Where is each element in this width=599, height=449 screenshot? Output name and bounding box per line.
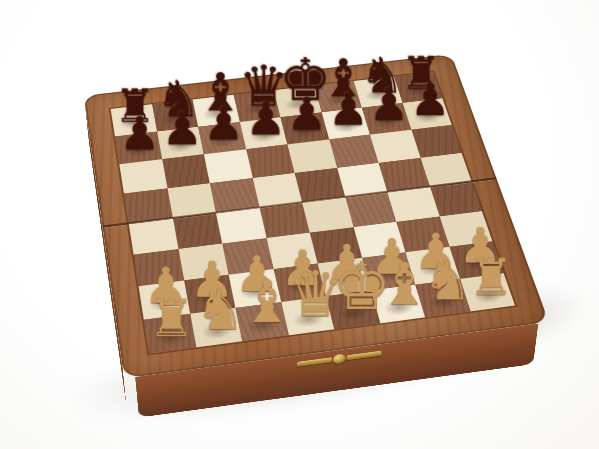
piece-white-bishop-c1[interactable]: ♝: [241, 273, 288, 332]
piece-black-pawn-f7[interactable]: ♟: [327, 86, 369, 131]
square-a6[interactable]: [119, 159, 167, 193]
piece-black-pawn-d7[interactable]: ♟: [244, 96, 286, 141]
square-a4[interactable]: [129, 218, 178, 254]
piece-white-queen-d1[interactable]: ♛: [287, 263, 333, 326]
square-c4[interactable]: [216, 207, 266, 243]
square-f4[interactable]: [345, 192, 397, 227]
square-e4[interactable]: [302, 197, 353, 232]
square-a1[interactable]: ♜: [144, 313, 196, 353]
piece-white-rook-a1[interactable]: ♜: [148, 292, 195, 344]
chess-board: ♜♞♝♛♚♝♞♜♟♟♟♟♟♟♟♟♟♟♟♟♟♟♟♟♜♞♝♛♚♝♞♜: [84, 54, 549, 378]
piece-white-rook-h1[interactable]: ♜: [468, 251, 514, 302]
board-squares: ♜♞♝♛♚♝♞♜♟♟♟♟♟♟♟♟♟♟♟♟♟♟♟♟♜♞♝♛♚♝♞♜: [111, 72, 515, 354]
piece-black-pawn-g7[interactable]: ♟: [368, 82, 410, 127]
square-b1[interactable]: ♞: [190, 308, 243, 348]
piece-white-knight-b1[interactable]: ♞: [195, 282, 242, 338]
piece-black-pawn-c7[interactable]: ♟: [203, 101, 245, 147]
clasp-knob: [333, 353, 346, 364]
product-photo-scene: ♜♞♝♛♚♝♞♜♟♟♟♟♟♟♟♟♟♟♟♟♟♟♟♟♜♞♝♛♚♝♞♜: [0, 0, 599, 449]
piece-black-pawn-b7[interactable]: ♟: [161, 106, 203, 152]
piece-black-pawn-h7[interactable]: ♟: [409, 77, 451, 122]
piece-black-pawn-a7[interactable]: ♟: [118, 110, 160, 156]
board-top-face: ♜♞♝♛♚♝♞♜♟♟♟♟♟♟♟♟♟♟♟♟♟♟♟♟♜♞♝♛♚♝♞♜: [84, 54, 549, 378]
square-c6[interactable]: [204, 149, 252, 183]
clasp-plate-left: [297, 357, 332, 367]
square-d7[interactable]: ♟: [239, 117, 287, 149]
clasp-plate-right: [347, 350, 382, 360]
square-h4[interactable]: [429, 181, 481, 216]
piece-black-pawn-e7[interactable]: ♟: [286, 91, 328, 136]
